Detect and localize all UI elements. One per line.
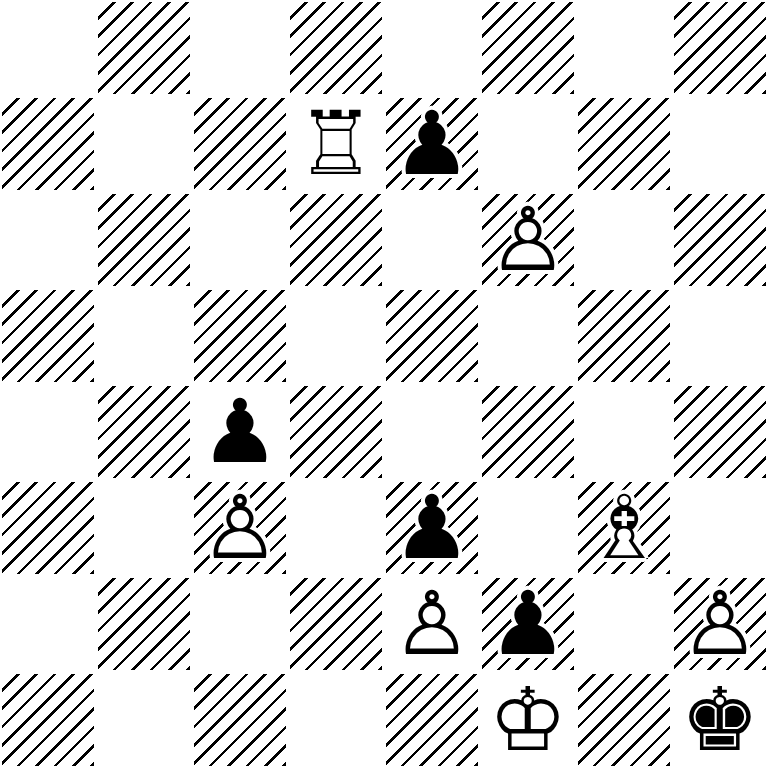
square-h6[interactable] [672, 192, 768, 288]
square-b5[interactable] [96, 288, 192, 384]
square-b7[interactable] [96, 96, 192, 192]
white-pawn-glyph: ♙ [672, 576, 768, 672]
white-pawn-glyph: ♙ [192, 480, 288, 576]
piece-black-pawn[interactable]: ♟♟ [480, 576, 576, 672]
square-d7[interactable]: ♜♖ [288, 96, 384, 192]
square-c5[interactable] [192, 288, 288, 384]
square-b8[interactable] [96, 0, 192, 96]
square-a6[interactable] [0, 192, 96, 288]
white-bishop-glyph: ♗ [576, 480, 672, 576]
square-d6[interactable] [288, 192, 384, 288]
square-h8[interactable] [672, 0, 768, 96]
square-g3[interactable]: ♝♗ [576, 480, 672, 576]
square-h2[interactable]: ♟♙ [672, 576, 768, 672]
square-g5[interactable] [576, 288, 672, 384]
square-g6[interactable] [576, 192, 672, 288]
piece-black-pawn[interactable]: ♟♟ [192, 384, 288, 480]
square-e6[interactable] [384, 192, 480, 288]
piece-white-pawn[interactable]: ♟♙ [384, 576, 480, 672]
square-d2[interactable] [288, 576, 384, 672]
chess-board: ♜♖♟♟♟♙♟♟♟♙♟♟♝♗♟♙♟♟♟♙♚♔♚♚ [0, 0, 768, 768]
square-f5[interactable] [480, 288, 576, 384]
square-e7[interactable]: ♟♟ [384, 96, 480, 192]
square-h1[interactable]: ♚♚ [672, 672, 768, 768]
piece-white-pawn[interactable]: ♟♙ [480, 192, 576, 288]
square-c8[interactable] [192, 0, 288, 96]
square-h3[interactable] [672, 480, 768, 576]
square-a1[interactable] [0, 672, 96, 768]
white-pawn-glyph: ♙ [384, 576, 480, 672]
square-f2[interactable]: ♟♟ [480, 576, 576, 672]
square-g8[interactable] [576, 0, 672, 96]
square-b4[interactable] [96, 384, 192, 480]
piece-black-pawn[interactable]: ♟♟ [384, 480, 480, 576]
square-d1[interactable] [288, 672, 384, 768]
square-g2[interactable] [576, 576, 672, 672]
square-g4[interactable] [576, 384, 672, 480]
square-h5[interactable] [672, 288, 768, 384]
square-c6[interactable] [192, 192, 288, 288]
square-c4[interactable]: ♟♟ [192, 384, 288, 480]
square-b3[interactable] [96, 480, 192, 576]
square-c7[interactable] [192, 96, 288, 192]
square-b1[interactable] [96, 672, 192, 768]
square-c3[interactable]: ♟♙ [192, 480, 288, 576]
square-e3[interactable]: ♟♟ [384, 480, 480, 576]
square-f6[interactable]: ♟♙ [480, 192, 576, 288]
square-g7[interactable] [576, 96, 672, 192]
square-a8[interactable] [0, 0, 96, 96]
square-e2[interactable]: ♟♙ [384, 576, 480, 672]
black-pawn-glyph: ♟ [384, 480, 480, 576]
square-c1[interactable] [192, 672, 288, 768]
black-king-glyph: ♚ [672, 672, 768, 768]
square-b2[interactable] [96, 576, 192, 672]
square-g1[interactable] [576, 672, 672, 768]
square-f8[interactable] [480, 0, 576, 96]
piece-white-pawn[interactable]: ♟♙ [672, 576, 768, 672]
square-d5[interactable] [288, 288, 384, 384]
square-f4[interactable] [480, 384, 576, 480]
white-rook-glyph: ♖ [288, 96, 384, 192]
piece-white-pawn[interactable]: ♟♙ [192, 480, 288, 576]
square-e5[interactable] [384, 288, 480, 384]
white-king-glyph: ♔ [480, 672, 576, 768]
black-pawn-glyph: ♟ [480, 576, 576, 672]
square-e8[interactable] [384, 0, 480, 96]
square-f1[interactable]: ♚♔ [480, 672, 576, 768]
black-pawn-glyph: ♟ [384, 96, 480, 192]
square-d8[interactable] [288, 0, 384, 96]
square-a3[interactable] [0, 480, 96, 576]
piece-black-pawn[interactable]: ♟♟ [384, 96, 480, 192]
square-e4[interactable] [384, 384, 480, 480]
black-pawn-glyph: ♟ [192, 384, 288, 480]
square-a5[interactable] [0, 288, 96, 384]
square-c2[interactable] [192, 576, 288, 672]
square-f7[interactable] [480, 96, 576, 192]
square-b6[interactable] [96, 192, 192, 288]
square-h7[interactable] [672, 96, 768, 192]
square-e1[interactable] [384, 672, 480, 768]
white-pawn-glyph: ♙ [480, 192, 576, 288]
square-h4[interactable] [672, 384, 768, 480]
piece-black-king[interactable]: ♚♚ [672, 672, 768, 768]
piece-white-king[interactable]: ♚♔ [480, 672, 576, 768]
square-d3[interactable] [288, 480, 384, 576]
piece-white-bishop[interactable]: ♝♗ [576, 480, 672, 576]
square-a4[interactable] [0, 384, 96, 480]
square-a2[interactable] [0, 576, 96, 672]
square-f3[interactable] [480, 480, 576, 576]
square-a7[interactable] [0, 96, 96, 192]
piece-white-rook[interactable]: ♜♖ [288, 96, 384, 192]
square-d4[interactable] [288, 384, 384, 480]
